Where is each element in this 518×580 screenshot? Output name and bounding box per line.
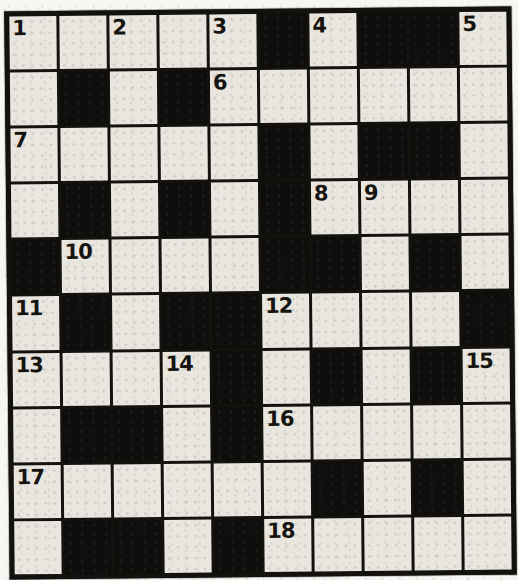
block-cell-r4c2	[61, 184, 109, 238]
cell-r10c7[interactable]	[314, 518, 362, 572]
cell-r10c8[interactable]	[364, 517, 412, 571]
cell-r9c6[interactable]	[264, 462, 312, 516]
cell-r6c6[interactable]: 12	[262, 294, 310, 348]
block-cell-r8c2	[63, 408, 111, 462]
block-cell-r1c8	[359, 13, 407, 67]
clue-number-5: 5	[462, 13, 476, 35]
cell-r8c9[interactable]	[413, 405, 461, 459]
block-cell-r3c8	[360, 125, 408, 179]
cell-r7c2[interactable]	[63, 352, 111, 406]
block-cell-r2c4	[160, 71, 208, 125]
cell-r3c4[interactable]	[160, 127, 208, 181]
cell-r1c2[interactable]	[59, 15, 107, 69]
block-cell-r9c9	[414, 461, 462, 515]
cell-r8c8[interactable]	[363, 405, 411, 459]
clue-number-7: 7	[13, 129, 27, 151]
block-cell-r7c5	[213, 351, 261, 405]
cell-r2c10[interactable]	[460, 68, 508, 122]
block-cell-r10c2	[64, 520, 112, 574]
cell-r6c8[interactable]	[362, 293, 410, 347]
block-cell-r5c6	[261, 238, 309, 292]
cell-r8c10[interactable]	[463, 404, 511, 458]
cell-r9c1[interactable]: 17	[14, 465, 62, 519]
block-cell-r10c5	[214, 519, 262, 573]
cell-r6c1[interactable]: 11	[12, 296, 60, 350]
cell-r3c10[interactable]	[460, 124, 508, 178]
cell-r1c10[interactable]: 5	[459, 12, 507, 66]
cell-r6c9[interactable]	[412, 293, 460, 347]
clue-number-13: 13	[16, 354, 43, 376]
clue-number-16: 16	[266, 407, 293, 429]
cell-r5c4[interactable]	[161, 239, 209, 293]
block-cell-r6c2	[62, 296, 110, 350]
cell-r7c3[interactable]	[113, 352, 161, 406]
cell-r3c5[interactable]	[210, 126, 258, 180]
block-cell-r1c9	[409, 12, 457, 66]
cell-r9c10[interactable]	[464, 460, 512, 514]
block-cell-r8c5	[213, 407, 261, 461]
block-cell-r5c1	[11, 240, 59, 294]
clue-number-1: 1	[12, 17, 26, 39]
block-cell-r10c3	[114, 520, 162, 574]
cell-r7c10[interactable]: 15	[463, 348, 511, 402]
clue-number-6: 6	[213, 71, 227, 93]
crossword-grid: 123456789101112131415161718	[4, 7, 516, 580]
cell-r4c10[interactable]	[461, 180, 509, 234]
cell-r3c2[interactable]	[60, 128, 108, 182]
cell-r4c5[interactable]	[211, 182, 259, 236]
cell-r9c5[interactable]	[214, 463, 262, 517]
clue-number-10: 10	[64, 241, 91, 263]
cell-r4c8[interactable]: 9	[361, 181, 409, 235]
clue-number-12: 12	[265, 295, 292, 317]
block-cell-r9c7	[314, 462, 362, 516]
cell-r1c7[interactable]: 4	[309, 13, 357, 67]
cell-r7c4[interactable]: 14	[163, 351, 211, 405]
cell-r5c8[interactable]	[361, 237, 409, 291]
block-cell-r6c5	[212, 294, 260, 348]
cell-r1c5[interactable]: 3	[209, 14, 257, 68]
cell-r4c1[interactable]	[11, 184, 59, 238]
cell-r1c1[interactable]: 1	[9, 16, 57, 70]
cell-r2c7[interactable]	[310, 69, 358, 123]
block-cell-r5c7	[311, 237, 359, 291]
cell-r7c6[interactable]	[263, 350, 311, 404]
block-cell-r6c4	[162, 295, 210, 349]
cell-r10c9[interactable]	[414, 517, 462, 571]
cell-r8c6[interactable]: 16	[263, 406, 311, 460]
clue-number-17: 17	[17, 466, 44, 488]
cell-r10c10[interactable]	[464, 516, 512, 570]
cell-r3c3[interactable]	[110, 127, 158, 181]
cell-r9c4[interactable]	[164, 463, 212, 517]
clue-number-4: 4	[312, 14, 326, 36]
cell-r2c3[interactable]	[110, 71, 158, 125]
cell-r2c5[interactable]: 6	[210, 70, 258, 124]
cell-r4c9[interactable]	[411, 180, 459, 234]
cell-r3c1[interactable]: 7	[10, 128, 58, 182]
block-cell-r6c10	[462, 292, 510, 346]
clue-number-3: 3	[212, 15, 226, 37]
cell-r3c7[interactable]	[310, 125, 358, 179]
block-cell-r4c4	[161, 183, 209, 237]
clue-number-11: 11	[15, 298, 42, 320]
cell-r9c3[interactable]	[114, 464, 162, 518]
cell-r6c7[interactable]	[312, 294, 360, 348]
block-cell-r3c9	[410, 124, 458, 178]
cell-r4c3[interactable]	[111, 183, 159, 237]
clue-number-15: 15	[466, 349, 493, 371]
cell-r2c1[interactable]	[10, 72, 58, 126]
cell-r10c4[interactable]	[164, 519, 212, 573]
block-cell-r7c7	[313, 350, 361, 404]
block-cell-r2c2	[60, 72, 108, 126]
cell-r10c6[interactable]: 18	[264, 518, 312, 572]
cell-r7c8[interactable]	[363, 349, 411, 403]
cell-r9c8[interactable]	[364, 461, 412, 515]
block-cell-r3c6	[260, 126, 308, 180]
cell-r5c3[interactable]	[111, 239, 159, 293]
cell-r1c4[interactable]	[159, 15, 207, 69]
cell-r8c4[interactable]	[163, 407, 211, 461]
clue-number-18: 18	[267, 520, 294, 542]
block-cell-r4c6	[261, 182, 309, 236]
clue-number-14: 14	[166, 352, 193, 374]
clue-number-2: 2	[112, 16, 126, 38]
cell-r6c3[interactable]	[112, 295, 160, 349]
cell-r2c6[interactable]	[260, 70, 308, 124]
clue-number-8: 8	[314, 183, 328, 205]
cell-r1c3[interactable]: 2	[109, 15, 157, 69]
block-cell-r5c9	[411, 236, 459, 290]
cell-r8c1[interactable]	[13, 409, 61, 463]
block-cell-r7c9	[413, 349, 461, 403]
block-cell-r1c6	[259, 14, 307, 68]
cell-r9c2[interactable]	[64, 464, 112, 518]
cell-r10c1[interactable]	[14, 521, 62, 575]
cell-r2c8[interactable]	[360, 69, 408, 123]
clue-number-9: 9	[364, 182, 378, 204]
cell-r8c7[interactable]	[313, 406, 361, 460]
cell-r2c9[interactable]	[410, 68, 458, 122]
cell-r7c1[interactable]: 13	[13, 353, 61, 407]
cell-r5c10[interactable]	[461, 236, 509, 290]
cell-r4c7[interactable]: 8	[311, 181, 359, 235]
cell-r5c2[interactable]: 10	[61, 240, 109, 294]
block-cell-r8c3	[113, 408, 161, 462]
cell-r5c5[interactable]	[211, 238, 259, 292]
